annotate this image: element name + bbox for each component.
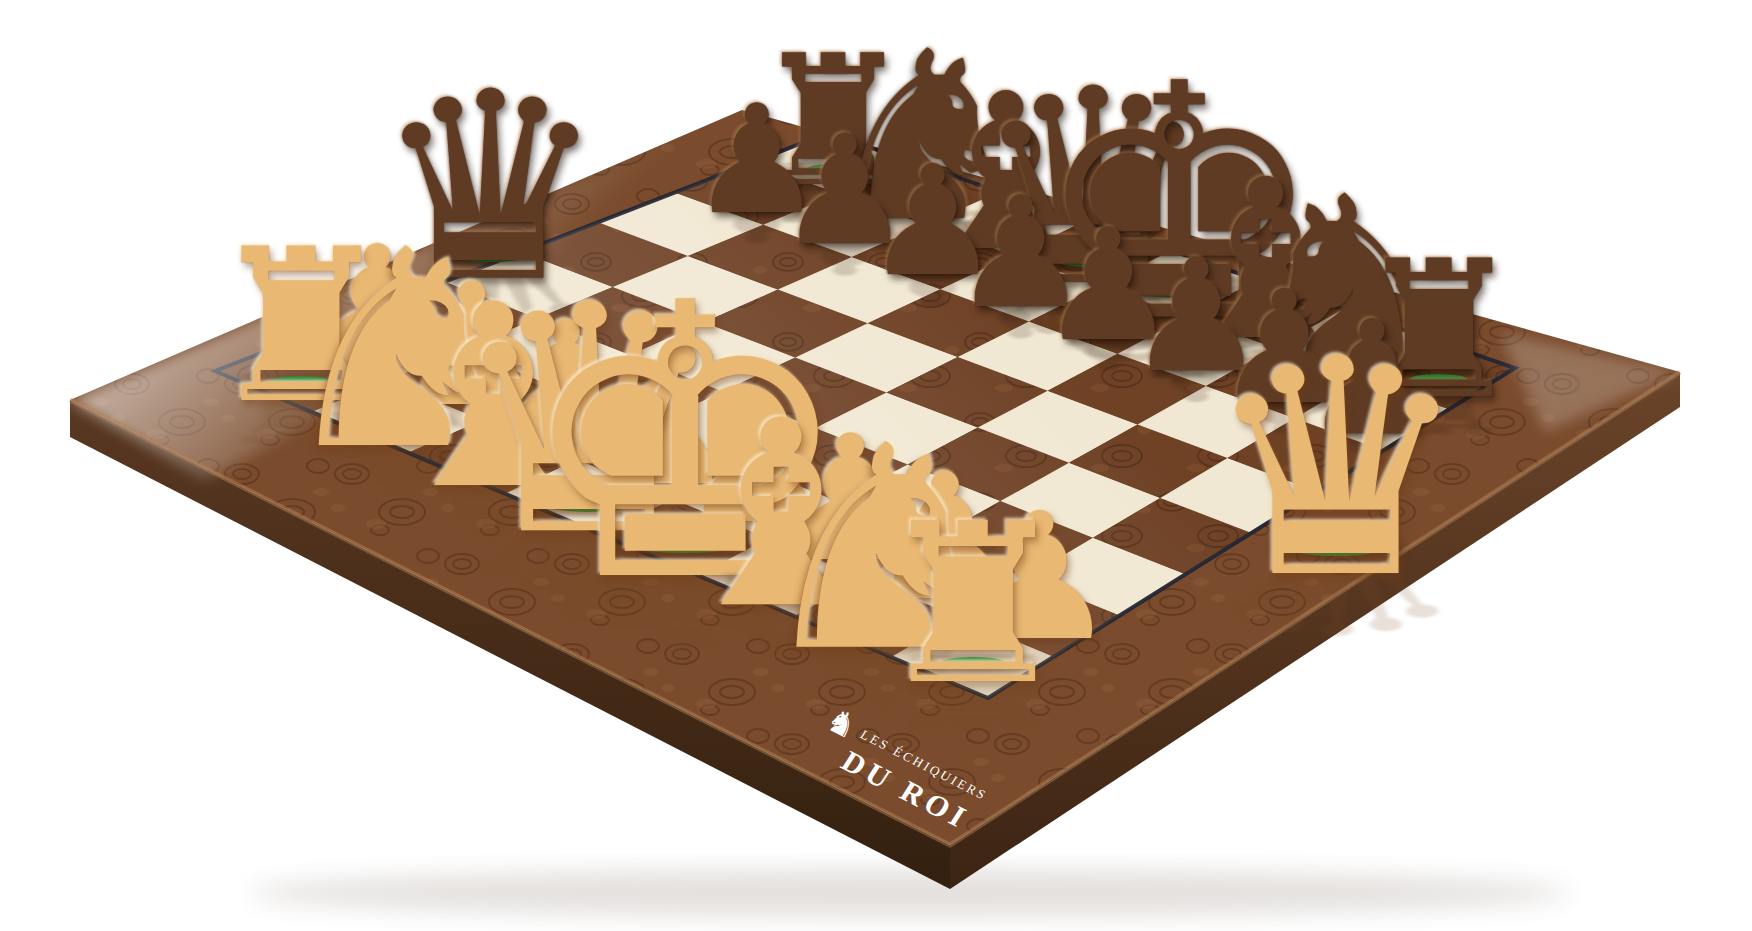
scene: ♜♜♞♞♟♟♝♝♟♟♛♛♛♛♟♟♚♚♟♟♝♝♟♟♞♞♟♟♟♟♜♜♜♜♟♟♟♟♟♟… <box>0 0 1752 931</box>
floor-shadow <box>250 869 1570 917</box>
